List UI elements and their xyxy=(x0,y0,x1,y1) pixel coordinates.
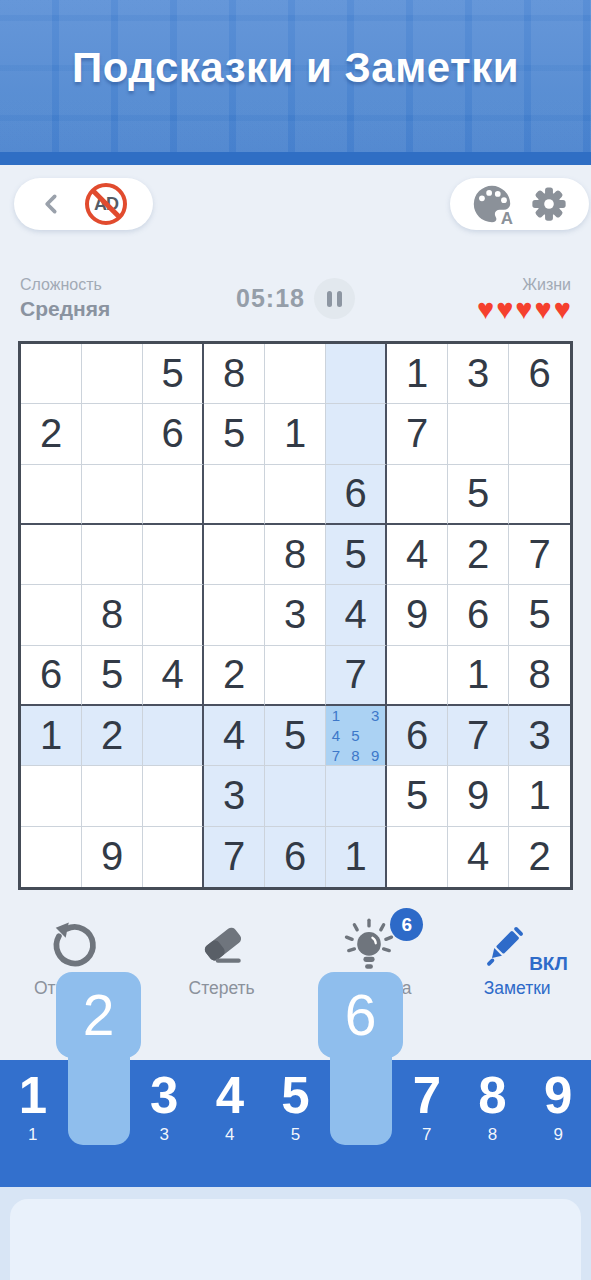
cell-r4c2[interactable] xyxy=(82,525,143,585)
back-noads-pill: AD xyxy=(14,178,153,230)
cell-r3c6[interactable]: 6 xyxy=(326,465,387,525)
cell-r4c7[interactable]: 4 xyxy=(387,525,448,585)
cell-r7c3[interactable] xyxy=(143,706,204,766)
hint-count-badge: 6 xyxy=(390,908,423,941)
cell-r6c6[interactable]: 7 xyxy=(326,646,387,706)
cell-r6c4[interactable]: 2 xyxy=(204,646,265,706)
cell-r2c1[interactable]: 2 xyxy=(21,404,82,464)
lives-label: Жизни xyxy=(477,276,571,294)
cell-r4c9[interactable]: 7 xyxy=(509,525,570,585)
numpad-key-9[interactable]: 99 xyxy=(525,1060,591,1187)
cell-r1c7[interactable]: 1 xyxy=(387,344,448,404)
cell-r8c6[interactable] xyxy=(326,766,387,826)
pencil-notes: 1345789 xyxy=(326,706,385,765)
cell-r8c3[interactable] xyxy=(143,766,204,826)
cell-r4c6[interactable]: 5 xyxy=(326,525,387,585)
no-ads-icon: AD xyxy=(84,182,128,226)
chevron-left-icon xyxy=(39,191,65,217)
cell-r2c3[interactable]: 6 xyxy=(143,404,204,464)
cell-r2c2[interactable] xyxy=(82,404,143,464)
hint-bulb-icon xyxy=(342,918,396,972)
cell-r9c3[interactable] xyxy=(143,827,204,887)
lives-hearts: ♥♥♥♥♥ xyxy=(477,295,571,324)
cell-r7c1[interactable]: 1 xyxy=(21,706,82,766)
cell-r5c2[interactable]: 8 xyxy=(82,585,143,645)
cell-r8c4[interactable]: 3 xyxy=(204,766,265,826)
cell-r3c5[interactable] xyxy=(265,465,326,525)
cell-r6c3[interactable]: 4 xyxy=(143,646,204,706)
numpad-key-7[interactable]: 77 xyxy=(394,1060,460,1187)
cell-r6c1[interactable]: 6 xyxy=(21,646,82,706)
cell-r7c6[interactable]: 1345789 xyxy=(326,706,387,766)
undo-icon xyxy=(49,920,99,970)
cell-r1c5[interactable] xyxy=(265,344,326,404)
cell-r1c6[interactable] xyxy=(326,344,387,404)
gear-icon xyxy=(528,183,570,225)
tutorial-highlight-6[interactable]: 6 xyxy=(318,972,403,1145)
cell-r2c5[interactable]: 1 xyxy=(265,404,326,464)
cell-r6c2[interactable]: 5 xyxy=(82,646,143,706)
svg-text:A: A xyxy=(501,208,513,227)
heart-icon: ♥ xyxy=(535,295,552,324)
cell-r2c6[interactable] xyxy=(326,404,387,464)
heart-icon: ♥ xyxy=(496,295,513,324)
cell-r2c9[interactable] xyxy=(509,404,570,464)
pause-button[interactable] xyxy=(314,278,355,319)
notes-label: Заметки xyxy=(484,978,551,999)
cell-r3c4[interactable] xyxy=(204,465,265,525)
cell-r7c2[interactable]: 2 xyxy=(82,706,143,766)
erase-label: Стереть xyxy=(189,978,255,999)
cell-r3c8[interactable]: 5 xyxy=(448,465,509,525)
cell-r4c8[interactable]: 2 xyxy=(448,525,509,585)
timer: 05:18 xyxy=(236,284,305,313)
cell-r1c8[interactable]: 3 xyxy=(448,344,509,404)
sudoku-board: 5813626517658542783496565427181245134578… xyxy=(18,341,573,890)
notes-state: ВКЛ xyxy=(529,953,568,975)
cell-r1c9[interactable]: 6 xyxy=(509,344,570,404)
cell-r9c6[interactable]: 1 xyxy=(326,827,387,887)
cell-r5c1[interactable] xyxy=(21,585,82,645)
cell-r8c8[interactable]: 9 xyxy=(448,766,509,826)
cell-r3c2[interactable] xyxy=(82,465,143,525)
back-button[interactable] xyxy=(39,191,65,217)
cell-r1c3[interactable]: 5 xyxy=(143,344,204,404)
heart-icon: ♥ xyxy=(554,295,571,324)
tutorial-digit: 2 xyxy=(56,972,141,1058)
notes-toggle-button[interactable]: ВКЛ Заметки xyxy=(443,906,591,1010)
cell-r9c5[interactable]: 6 xyxy=(265,827,326,887)
cell-r6c9[interactable]: 8 xyxy=(509,646,570,706)
cell-r5c9[interactable]: 5 xyxy=(509,585,570,645)
footer xyxy=(0,1187,591,1280)
bottom-sheet xyxy=(10,1199,581,1280)
tutorial-highlight-2[interactable]: 2 xyxy=(56,972,141,1145)
cell-r6c7[interactable] xyxy=(387,646,448,706)
pause-icon xyxy=(327,291,332,307)
cell-r9c7[interactable] xyxy=(387,827,448,887)
heart-icon: ♥ xyxy=(477,295,494,324)
theme-button[interactable]: A xyxy=(469,181,515,227)
cell-r8c9[interactable]: 1 xyxy=(509,766,570,826)
cell-r5c8[interactable]: 6 xyxy=(448,585,509,645)
eraser-icon xyxy=(197,920,247,970)
tutorial-digit: 6 xyxy=(318,972,403,1058)
notes-pencil-icon xyxy=(479,919,531,971)
theme-settings-pill: A xyxy=(450,178,589,230)
erase-button[interactable]: Стереть xyxy=(148,906,296,1010)
page-title: Подсказки и Заметки xyxy=(0,44,591,92)
cell-r2c8[interactable] xyxy=(448,404,509,464)
cell-r5c4[interactable] xyxy=(204,585,265,645)
cell-r4c4[interactable] xyxy=(204,525,265,585)
sudoku-app-screen: Подсказки и Заметки AD xyxy=(0,0,591,1280)
cell-r6c5[interactable] xyxy=(265,646,326,706)
lives-block: Жизни ♥♥♥♥♥ xyxy=(477,276,571,324)
cell-r7c9[interactable]: 3 xyxy=(509,706,570,766)
cell-r7c7[interactable]: 6 xyxy=(387,706,448,766)
cell-r4c1[interactable] xyxy=(21,525,82,585)
numpad-key-4[interactable]: 44 xyxy=(197,1060,263,1187)
cell-r5c5[interactable]: 3 xyxy=(265,585,326,645)
palette-icon: A xyxy=(469,181,515,227)
status-row: Сложность Средняя 05:18 Жизни ♥♥♥♥♥ xyxy=(20,276,571,330)
cell-r5c6[interactable]: 4 xyxy=(326,585,387,645)
settings-button[interactable] xyxy=(528,183,570,225)
no-ads-button[interactable]: AD xyxy=(84,182,128,226)
cell-r7c5[interactable]: 5 xyxy=(265,706,326,766)
header: Подсказки и Заметки xyxy=(0,0,591,165)
cell-r3c3[interactable] xyxy=(143,465,204,525)
cell-r1c2[interactable] xyxy=(82,344,143,404)
cell-r7c8[interactable]: 7 xyxy=(448,706,509,766)
cell-r4c3[interactable] xyxy=(143,525,204,585)
header-bottom-strip xyxy=(0,152,591,165)
cell-r2c4[interactable]: 5 xyxy=(204,404,265,464)
cell-r5c3[interactable] xyxy=(143,585,204,645)
numpad-key-8[interactable]: 88 xyxy=(460,1060,526,1187)
cell-r6c8[interactable]: 1 xyxy=(448,646,509,706)
cell-r5c7[interactable]: 9 xyxy=(387,585,448,645)
cell-r7c4[interactable]: 4 xyxy=(204,706,265,766)
cell-r9c1[interactable] xyxy=(21,827,82,887)
cell-r8c1[interactable] xyxy=(21,766,82,826)
cell-r3c9[interactable] xyxy=(509,465,570,525)
cell-r8c2[interactable] xyxy=(82,766,143,826)
numpad-key-3[interactable]: 33 xyxy=(131,1060,197,1187)
cell-r9c4[interactable]: 7 xyxy=(204,827,265,887)
cell-r2c7[interactable]: 7 xyxy=(387,404,448,464)
cell-r8c5[interactable] xyxy=(265,766,326,826)
cell-r3c1[interactable] xyxy=(21,465,82,525)
heart-icon: ♥ xyxy=(515,295,532,324)
cell-r9c8[interactable]: 4 xyxy=(448,827,509,887)
cell-r4c5[interactable]: 8 xyxy=(265,525,326,585)
cell-r3c7[interactable] xyxy=(387,465,448,525)
cell-r8c7[interactable]: 5 xyxy=(387,766,448,826)
cell-r1c4[interactable]: 8 xyxy=(204,344,265,404)
cell-r1c1[interactable] xyxy=(21,344,82,404)
cell-r9c9[interactable]: 2 xyxy=(509,827,570,887)
cell-r9c2[interactable]: 9 xyxy=(82,827,143,887)
